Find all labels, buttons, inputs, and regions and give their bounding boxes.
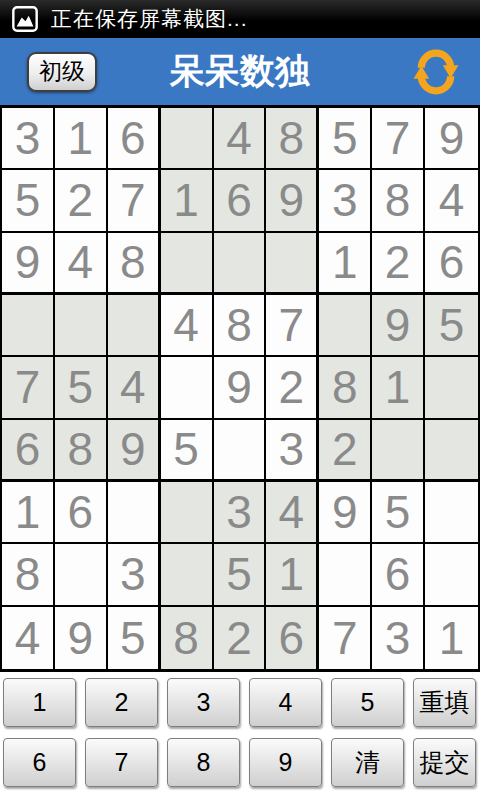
cell-r4c9[interactable]: 5 xyxy=(425,295,478,357)
cell-r9c3[interactable]: 5 xyxy=(108,607,161,669)
cell-r5c6[interactable]: 2 xyxy=(266,357,319,419)
status-text: 正在保存屏幕截图... xyxy=(51,5,248,33)
cell-r6c1[interactable]: 6 xyxy=(2,420,55,482)
cell-r8c4[interactable] xyxy=(161,544,214,606)
cell-r7c1[interactable]: 1 xyxy=(2,482,55,544)
cell-r4c8[interactable]: 9 xyxy=(372,295,425,357)
cell-r8c1[interactable]: 8 xyxy=(2,544,55,606)
cell-r4c5[interactable]: 8 xyxy=(214,295,267,357)
keypad-row-2: 6789清提交 xyxy=(3,738,477,787)
cell-r1c6[interactable]: 8 xyxy=(266,108,319,170)
cell-r9c2[interactable]: 9 xyxy=(55,607,108,669)
cell-r7c9[interactable] xyxy=(425,482,478,544)
cell-r7c3[interactable] xyxy=(108,482,161,544)
cell-r4c2[interactable] xyxy=(55,295,108,357)
keypad-button-8[interactable]: 8 xyxy=(167,738,240,787)
keypad-button-4[interactable]: 4 xyxy=(249,678,322,727)
cell-r8c8[interactable]: 6 xyxy=(372,544,425,606)
sudoku-board: 3164857952716938494812648795754928168953… xyxy=(0,105,480,672)
cell-r3c9[interactable]: 6 xyxy=(425,233,478,295)
cell-r1c4[interactable] xyxy=(161,108,214,170)
cell-r7c8[interactable]: 5 xyxy=(372,482,425,544)
cell-r5c1[interactable]: 7 xyxy=(2,357,55,419)
keypad-row-1: 12345重填 xyxy=(3,678,477,727)
cell-r9c8[interactable]: 3 xyxy=(372,607,425,669)
keypad-button-5[interactable]: 5 xyxy=(331,678,404,727)
cell-r2c9[interactable]: 4 xyxy=(425,170,478,232)
cell-r6c2[interactable]: 8 xyxy=(55,420,108,482)
refill-button[interactable]: 重填 xyxy=(413,678,476,727)
cell-r2c3[interactable]: 7 xyxy=(108,170,161,232)
cell-r8c3[interactable]: 3 xyxy=(108,544,161,606)
clear-button[interactable]: 清 xyxy=(331,738,404,787)
image-icon xyxy=(11,5,39,33)
cell-r3c7[interactable]: 1 xyxy=(319,233,372,295)
cell-r7c4[interactable] xyxy=(161,482,214,544)
cell-r3c6[interactable] xyxy=(266,233,319,295)
cell-r6c5[interactable] xyxy=(214,420,267,482)
cell-r8c9[interactable] xyxy=(425,544,478,606)
cell-r6c6[interactable]: 3 xyxy=(266,420,319,482)
header-right xyxy=(360,49,480,95)
cell-r9c5[interactable]: 2 xyxy=(214,607,267,669)
cell-r8c7[interactable] xyxy=(319,544,372,606)
cell-r1c9[interactable]: 9 xyxy=(425,108,478,170)
cell-r7c2[interactable]: 6 xyxy=(55,482,108,544)
cell-r7c6[interactable]: 4 xyxy=(266,482,319,544)
refresh-icon[interactable] xyxy=(413,49,459,95)
cell-r2c1[interactable]: 5 xyxy=(2,170,55,232)
keypad-button-1[interactable]: 1 xyxy=(3,678,76,727)
submit-button[interactable]: 提交 xyxy=(413,738,476,787)
cell-r7c7[interactable]: 9 xyxy=(319,482,372,544)
keypad-button-9[interactable]: 9 xyxy=(249,738,322,787)
cell-r6c9[interactable] xyxy=(425,420,478,482)
cell-r3c2[interactable]: 4 xyxy=(55,233,108,295)
cell-r9c9[interactable]: 1 xyxy=(425,607,478,669)
cell-r4c1[interactable] xyxy=(2,295,55,357)
cell-r6c7[interactable]: 2 xyxy=(319,420,372,482)
cell-r9c1[interactable]: 4 xyxy=(2,607,55,669)
cell-r1c7[interactable]: 5 xyxy=(319,108,372,170)
cell-r5c5[interactable]: 9 xyxy=(214,357,267,419)
cell-r2c5[interactable]: 6 xyxy=(214,170,267,232)
cell-r6c4[interactable]: 5 xyxy=(161,420,214,482)
cell-r4c4[interactable]: 4 xyxy=(161,295,214,357)
cell-r5c9[interactable] xyxy=(425,357,478,419)
cell-r9c4[interactable]: 8 xyxy=(161,607,214,669)
cell-r5c8[interactable]: 1 xyxy=(372,357,425,419)
keypad-button-6[interactable]: 6 xyxy=(3,738,76,787)
app-header: 初级 呆呆数独 xyxy=(0,38,480,105)
cell-r1c2[interactable]: 1 xyxy=(55,108,108,170)
cell-r4c3[interactable] xyxy=(108,295,161,357)
cell-r5c2[interactable]: 5 xyxy=(55,357,108,419)
cell-r5c3[interactable]: 4 xyxy=(108,357,161,419)
keypad: 12345重填6789清提交 xyxy=(0,672,480,787)
cell-r2c8[interactable]: 8 xyxy=(372,170,425,232)
cell-r3c4[interactable] xyxy=(161,233,214,295)
keypad-button-7[interactable]: 7 xyxy=(85,738,158,787)
cell-r3c5[interactable] xyxy=(214,233,267,295)
app-title: 呆呆数独 xyxy=(120,48,360,95)
cell-r6c3[interactable]: 9 xyxy=(108,420,161,482)
level-button[interactable]: 初级 xyxy=(27,52,97,92)
status-bar[interactable]: 正在保存屏幕截图... xyxy=(0,0,480,38)
cell-r7c5[interactable]: 3 xyxy=(214,482,267,544)
cell-r9c6[interactable]: 6 xyxy=(266,607,319,669)
cell-r1c3[interactable]: 6 xyxy=(108,108,161,170)
cell-r6c8[interactable] xyxy=(372,420,425,482)
keypad-button-2[interactable]: 2 xyxy=(85,678,158,727)
cell-r1c1[interactable]: 3 xyxy=(2,108,55,170)
cell-r1c5[interactable]: 4 xyxy=(214,108,267,170)
keypad-button-3[interactable]: 3 xyxy=(167,678,240,727)
cell-r2c4[interactable]: 1 xyxy=(161,170,214,232)
header-left: 初级 xyxy=(0,52,120,92)
cell-r3c8[interactable]: 2 xyxy=(372,233,425,295)
cell-r3c1[interactable]: 9 xyxy=(2,233,55,295)
cell-r2c7[interactable]: 3 xyxy=(319,170,372,232)
cell-r3c3[interactable]: 8 xyxy=(108,233,161,295)
cell-r1c8[interactable]: 7 xyxy=(372,108,425,170)
cell-r8c2[interactable] xyxy=(55,544,108,606)
cell-r2c6[interactable]: 9 xyxy=(266,170,319,232)
cell-r2c2[interactable]: 2 xyxy=(55,170,108,232)
cell-r5c4[interactable] xyxy=(161,357,214,419)
cell-r5c7[interactable]: 8 xyxy=(319,357,372,419)
cell-r4c6[interactable]: 7 xyxy=(266,295,319,357)
cell-r8c6[interactable]: 1 xyxy=(266,544,319,606)
cell-r8c5[interactable]: 5 xyxy=(214,544,267,606)
cell-r4c7[interactable] xyxy=(319,295,372,357)
cell-r9c7[interactable]: 7 xyxy=(319,607,372,669)
